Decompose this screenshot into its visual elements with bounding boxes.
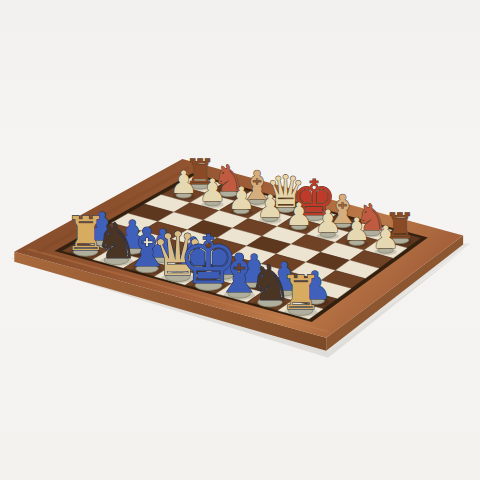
piece-glyph-P: ♟ <box>314 203 342 239</box>
piece-glyph-P: ♟ <box>372 219 400 255</box>
piece-glyph-P: ♟ <box>199 172 227 208</box>
piece-glyph-P: ♟ <box>170 164 198 200</box>
chess-piece-white-P: ♟ <box>314 203 342 239</box>
chess-piece-white-P: ♟ <box>372 219 400 255</box>
chess-piece-white-P: ♟ <box>285 196 313 232</box>
chess-piece-white-P: ♟ <box>343 211 371 247</box>
piece-glyph-P: ♟ <box>343 211 371 247</box>
piece-glyph-P: ♟ <box>256 188 284 224</box>
chess-piece-white-P: ♟ <box>199 172 227 208</box>
product-photo-scene: ♜♞♝♛♚♝♞♜♟♟♟♟♟♟♟♟♟♟♟♟♟♟♟♟♜♞♝♛♚♝♞♜ <box>0 0 480 480</box>
piece-glyph-P: ♟ <box>227 180 255 216</box>
chess-piece-black-R: ♜ <box>280 266 322 320</box>
chess-piece-white-P: ♟ <box>227 180 255 216</box>
chess-piece-white-P: ♟ <box>256 188 284 224</box>
chess-board: ♜♞♝♛♚♝♞♜♟♟♟♟♟♟♟♟♟♟♟♟♟♟♟♟♜♞♝♛♚♝♞♜ <box>0 0 480 480</box>
chess-piece-white-P: ♟ <box>170 164 198 200</box>
piece-glyph-R: ♜ <box>280 266 322 320</box>
piece-glyph-P: ♟ <box>285 196 313 232</box>
